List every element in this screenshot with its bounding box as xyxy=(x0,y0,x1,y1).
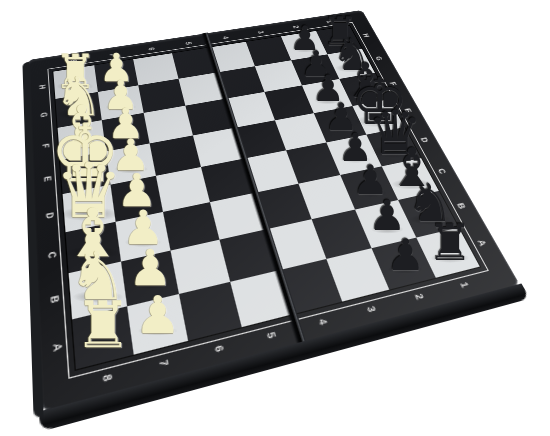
piece-wP-a7[interactable]: ♟ xyxy=(135,289,182,341)
piece-wR-a8[interactable]: ♜ xyxy=(74,293,132,357)
piece-bR-a1[interactable]: ♜ xyxy=(428,218,473,268)
file-label-left-A: A xyxy=(51,342,63,353)
rank-label-bottom-7: 7 xyxy=(157,359,170,368)
rank-label-top-6: 6 xyxy=(147,47,155,51)
rank-label-bottom-4: 4 xyxy=(316,318,328,326)
file-label-left-F: F xyxy=(40,143,50,149)
rank-label-top-3: 3 xyxy=(256,30,264,34)
rank-label-top-5: 5 xyxy=(184,41,192,45)
rank-label-bottom-6: 6 xyxy=(212,345,224,354)
rank-label-top-4: 4 xyxy=(221,36,229,40)
file-label-right-A: A xyxy=(476,239,488,247)
rank-label-bottom-8: 8 xyxy=(100,373,113,382)
file-label-left-B: B xyxy=(48,294,60,303)
file-label-left-G: G xyxy=(39,112,48,118)
file-label-right-B: B xyxy=(455,202,466,209)
rank-label-bottom-3: 3 xyxy=(365,305,377,313)
rank-label-bottom-2: 2 xyxy=(412,293,424,301)
file-label-left-C: C xyxy=(46,251,57,260)
piece-bP-a2[interactable]: ♟ xyxy=(386,234,425,278)
product-photo-scene: HHGGFFEEDDCCBBAA8877665544332211 ♜♟♞♟♟♜♝… xyxy=(0,0,550,436)
file-label-left-H: H xyxy=(37,84,46,89)
rank-label-bottom-1: 1 xyxy=(458,281,470,288)
file-label-left-D: D xyxy=(44,212,55,220)
rank-label-bottom-5: 5 xyxy=(265,331,277,339)
